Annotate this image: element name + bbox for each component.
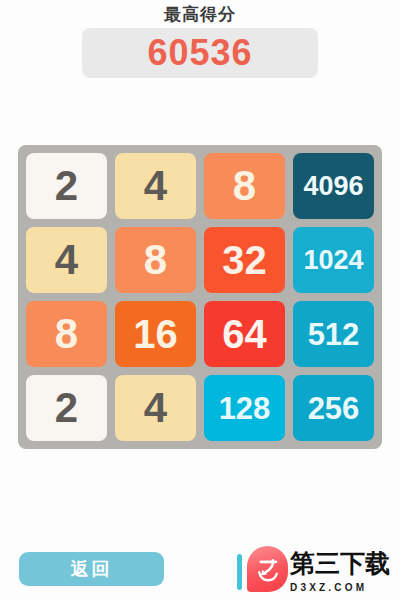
watermark-domain: D3XZ.COM — [290, 582, 396, 593]
watermark-logo: 第三下载 D3XZ.COM — [236, 543, 396, 595]
tile-r2c4: 1024 — [293, 227, 374, 293]
tile-r3c1: 8 — [26, 301, 107, 367]
tile-r2c2: 8 — [115, 227, 196, 293]
best-score-label: 最高得分 — [0, 3, 400, 26]
tile-r2c3: 32 — [204, 227, 285, 293]
best-score-box: 60536 — [82, 28, 318, 78]
watermark-text: 第三下载 D3XZ.COM — [290, 547, 396, 593]
tile-r3c4: 512 — [293, 301, 374, 367]
tile-r1c3: 8 — [204, 153, 285, 219]
tile-r4c2: 4 — [115, 375, 196, 441]
tile-r3c3: 64 — [204, 301, 285, 367]
tile-r3c2: 16 — [115, 301, 196, 367]
accent-bar — [237, 554, 242, 590]
tile-r1c1: 2 — [26, 153, 107, 219]
best-score-value: 60536 — [147, 32, 252, 74]
tile-r4c3: 128 — [204, 375, 285, 441]
tile-r4c1: 2 — [26, 375, 107, 441]
watermark-name: 第三下载 — [290, 547, 396, 580]
board-2048[interactable]: 2 4 8 4096 4 8 32 1024 8 16 64 512 2 4 1… — [18, 145, 382, 449]
back-button[interactable]: 返回 — [19, 552, 164, 586]
download-blob-icon — [247, 546, 288, 592]
tile-r1c2: 4 — [115, 153, 196, 219]
tile-r4c4: 256 — [293, 375, 374, 441]
tile-r1c4: 4096 — [293, 153, 374, 219]
tile-r2c1: 4 — [26, 227, 107, 293]
